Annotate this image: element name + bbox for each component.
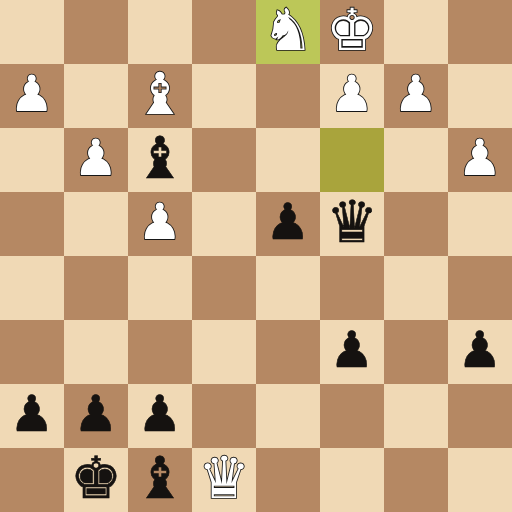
white-pawn[interactable]: ♟ — [74, 126, 119, 190]
square-b6[interactable]: ♟ — [64, 128, 128, 192]
white-bishop[interactable]: ♝ — [134, 62, 186, 126]
square-f5[interactable]: ♛ — [320, 192, 384, 256]
square-e1[interactable] — [256, 448, 320, 512]
square-d1[interactable]: ♛ — [192, 448, 256, 512]
square-a5[interactable] — [0, 192, 64, 256]
square-f4[interactable] — [320, 256, 384, 320]
square-f2[interactable] — [320, 384, 384, 448]
square-h8[interactable] — [448, 0, 512, 64]
white-knight[interactable]: ♞ — [262, 0, 314, 62]
black-bishop[interactable]: ♝ — [134, 126, 186, 190]
square-a2[interactable]: ♟ — [0, 384, 64, 448]
square-h3[interactable]: ♟ — [448, 320, 512, 384]
square-h4[interactable] — [448, 256, 512, 320]
square-f1[interactable] — [320, 448, 384, 512]
square-g1[interactable] — [384, 448, 448, 512]
square-e4[interactable] — [256, 256, 320, 320]
square-d4[interactable] — [192, 256, 256, 320]
white-pawn[interactable]: ♟ — [138, 190, 183, 254]
square-c8[interactable] — [128, 0, 192, 64]
square-h5[interactable] — [448, 192, 512, 256]
square-b7[interactable] — [64, 64, 128, 128]
black-pawn[interactable]: ♟ — [10, 382, 55, 446]
square-d7[interactable] — [192, 64, 256, 128]
square-h7[interactable] — [448, 64, 512, 128]
square-b4[interactable] — [64, 256, 128, 320]
black-queen[interactable]: ♛ — [326, 190, 378, 254]
black-pawn[interactable]: ♟ — [138, 382, 183, 446]
square-c6[interactable]: ♝ — [128, 128, 192, 192]
white-pawn[interactable]: ♟ — [394, 62, 439, 126]
square-e6[interactable] — [256, 128, 320, 192]
square-g6[interactable] — [384, 128, 448, 192]
square-e8[interactable]: ♞ — [256, 0, 320, 64]
square-g8[interactable] — [384, 0, 448, 64]
black-pawn[interactable]: ♟ — [266, 190, 311, 254]
white-king[interactable]: ♚ — [326, 0, 378, 62]
square-f3[interactable]: ♟ — [320, 320, 384, 384]
square-g2[interactable] — [384, 384, 448, 448]
white-pawn[interactable]: ♟ — [330, 62, 375, 126]
square-f6[interactable] — [320, 128, 384, 192]
square-c3[interactable] — [128, 320, 192, 384]
black-pawn[interactable]: ♟ — [330, 318, 375, 382]
square-f8[interactable]: ♚ — [320, 0, 384, 64]
black-pawn[interactable]: ♟ — [74, 382, 119, 446]
square-c2[interactable]: ♟ — [128, 384, 192, 448]
square-a6[interactable] — [0, 128, 64, 192]
square-c1[interactable]: ♝ — [128, 448, 192, 512]
square-c5[interactable]: ♟ — [128, 192, 192, 256]
black-bishop[interactable]: ♝ — [134, 446, 186, 510]
square-a3[interactable] — [0, 320, 64, 384]
square-c4[interactable] — [128, 256, 192, 320]
black-pawn[interactable]: ♟ — [458, 318, 503, 382]
white-pawn[interactable]: ♟ — [458, 126, 503, 190]
square-a8[interactable] — [0, 0, 64, 64]
square-h1[interactable] — [448, 448, 512, 512]
square-d8[interactable] — [192, 0, 256, 64]
square-a4[interactable] — [0, 256, 64, 320]
square-f7[interactable]: ♟ — [320, 64, 384, 128]
square-b3[interactable] — [64, 320, 128, 384]
square-g7[interactable]: ♟ — [384, 64, 448, 128]
square-e7[interactable] — [256, 64, 320, 128]
square-g3[interactable] — [384, 320, 448, 384]
chess-board: ♞♚♟♝♟♟♟♝♟♟♟♛♟♟♟♟♟♚♝♛ — [0, 0, 512, 512]
square-a1[interactable] — [0, 448, 64, 512]
square-b8[interactable] — [64, 0, 128, 64]
square-h2[interactable] — [448, 384, 512, 448]
square-d3[interactable] — [192, 320, 256, 384]
square-b5[interactable] — [64, 192, 128, 256]
square-h6[interactable]: ♟ — [448, 128, 512, 192]
square-b2[interactable]: ♟ — [64, 384, 128, 448]
square-e3[interactable] — [256, 320, 320, 384]
square-a7[interactable]: ♟ — [0, 64, 64, 128]
square-d2[interactable] — [192, 384, 256, 448]
square-g4[interactable] — [384, 256, 448, 320]
square-b1[interactable]: ♚ — [64, 448, 128, 512]
square-d5[interactable] — [192, 192, 256, 256]
black-king[interactable]: ♚ — [70, 446, 122, 510]
square-e2[interactable] — [256, 384, 320, 448]
square-c7[interactable]: ♝ — [128, 64, 192, 128]
square-g5[interactable] — [384, 192, 448, 256]
square-e5[interactable]: ♟ — [256, 192, 320, 256]
square-d6[interactable] — [192, 128, 256, 192]
white-queen[interactable]: ♛ — [198, 446, 250, 510]
white-pawn[interactable]: ♟ — [10, 62, 55, 126]
